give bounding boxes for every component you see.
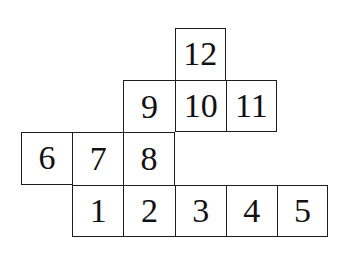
- cell-7: 7: [72, 132, 123, 184]
- cell-12: 12: [175, 28, 226, 80]
- cell-11: 11: [226, 80, 277, 132]
- puzzle-grid: 129101167812345: [21, 28, 328, 238]
- cell-5: 5: [277, 185, 328, 237]
- cell-9: 9: [123, 80, 174, 132]
- cell-6: 6: [21, 132, 72, 184]
- cell-8: 8: [123, 132, 174, 184]
- cell-3: 3: [175, 185, 226, 237]
- cell-1: 1: [72, 185, 123, 237]
- cell-4: 4: [226, 185, 277, 237]
- diagram-page: 129101167812345: [0, 0, 346, 260]
- cell-10: 10: [175, 80, 226, 132]
- cell-2: 2: [123, 185, 174, 237]
